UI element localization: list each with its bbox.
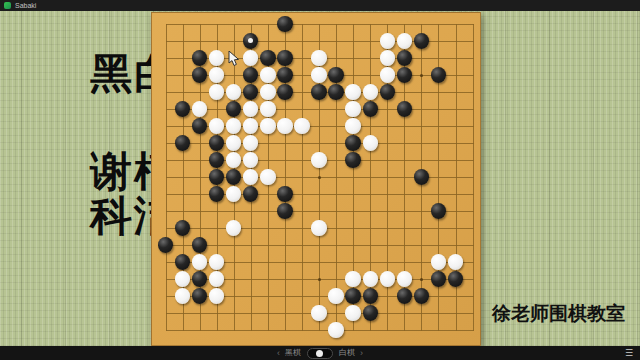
white-stone[interactable] bbox=[243, 118, 258, 133]
white-stone[interactable] bbox=[380, 67, 395, 82]
black-stone[interactable] bbox=[226, 169, 241, 184]
white-stone[interactable] bbox=[243, 101, 258, 116]
black-player-label: 黑棋 bbox=[285, 348, 301, 358]
turn-toggle[interactable] bbox=[307, 348, 333, 359]
white-stone[interactable] bbox=[328, 322, 343, 337]
white-stone[interactable] bbox=[448, 254, 463, 269]
white-stone[interactable] bbox=[345, 305, 360, 320]
black-stone[interactable] bbox=[192, 237, 207, 252]
caption-black-name-2: 科 bbox=[90, 194, 132, 238]
white-stone[interactable] bbox=[311, 67, 326, 82]
grid-line-h bbox=[166, 211, 474, 212]
black-stone[interactable] bbox=[175, 254, 190, 269]
app-title: Sabaki bbox=[15, 2, 36, 9]
black-stone[interactable] bbox=[345, 152, 360, 167]
last-move-marker bbox=[248, 38, 253, 43]
white-stone[interactable] bbox=[209, 84, 224, 99]
grid-line-h bbox=[166, 245, 474, 246]
white-player-label: 白棋 bbox=[339, 348, 355, 358]
black-stone[interactable] bbox=[431, 203, 446, 218]
black-stone[interactable] bbox=[363, 101, 378, 116]
white-stone[interactable] bbox=[363, 84, 378, 99]
white-stone[interactable] bbox=[345, 84, 360, 99]
black-stone[interactable] bbox=[431, 271, 446, 286]
go-board[interactable] bbox=[151, 12, 481, 346]
classroom-caption: 徐老师围棋教室 bbox=[492, 301, 632, 327]
grid-line-v bbox=[473, 24, 474, 331]
white-stone[interactable] bbox=[345, 271, 360, 286]
black-stone[interactable] bbox=[209, 186, 224, 201]
white-turn-dot bbox=[316, 350, 323, 357]
black-stone[interactable] bbox=[397, 50, 412, 65]
black-stone[interactable] bbox=[158, 237, 173, 252]
black-stone[interactable] bbox=[243, 67, 258, 82]
white-stone[interactable] bbox=[380, 50, 395, 65]
black-stone[interactable] bbox=[209, 152, 224, 167]
grid-line-h bbox=[166, 330, 474, 331]
black-stone[interactable] bbox=[226, 101, 241, 116]
white-stone[interactable] bbox=[260, 101, 275, 116]
white-stone[interactable] bbox=[294, 118, 309, 133]
black-stone[interactable] bbox=[243, 84, 258, 99]
white-stone[interactable] bbox=[192, 101, 207, 116]
white-stone[interactable] bbox=[243, 169, 258, 184]
black-stone[interactable] bbox=[414, 288, 429, 303]
white-stone[interactable] bbox=[226, 135, 241, 150]
black-stone[interactable] bbox=[397, 67, 412, 82]
white-stone[interactable] bbox=[226, 118, 241, 133]
white-stone[interactable] bbox=[226, 220, 241, 235]
white-stone[interactable] bbox=[311, 220, 326, 235]
white-stone[interactable] bbox=[397, 271, 412, 286]
white-stone[interactable] bbox=[243, 135, 258, 150]
black-stone[interactable] bbox=[328, 84, 343, 99]
black-stone[interactable] bbox=[277, 203, 292, 218]
white-stone[interactable] bbox=[363, 135, 378, 150]
white-stone[interactable] bbox=[209, 271, 224, 286]
white-stone[interactable] bbox=[345, 101, 360, 116]
white-stone[interactable] bbox=[311, 152, 326, 167]
white-stone[interactable] bbox=[175, 288, 190, 303]
white-stone[interactable] bbox=[226, 84, 241, 99]
white-stone[interactable] bbox=[397, 33, 412, 48]
black-stone[interactable] bbox=[448, 271, 463, 286]
mouse-cursor-icon bbox=[228, 51, 242, 68]
black-stone[interactable] bbox=[192, 50, 207, 65]
menu-icon[interactable]: ☰ bbox=[625, 349, 633, 358]
black-stone[interactable] bbox=[397, 288, 412, 303]
white-stone[interactable] bbox=[226, 186, 241, 201]
black-stone[interactable] bbox=[277, 186, 292, 201]
white-stone[interactable] bbox=[260, 84, 275, 99]
white-stone[interactable] bbox=[345, 118, 360, 133]
white-stone[interactable] bbox=[260, 169, 275, 184]
white-stone[interactable] bbox=[431, 254, 446, 269]
white-stone[interactable] bbox=[363, 271, 378, 286]
white-stone[interactable] bbox=[209, 254, 224, 269]
black-stone[interactable] bbox=[192, 67, 207, 82]
black-stone[interactable] bbox=[431, 67, 446, 82]
caption-black-label: 黑 bbox=[90, 52, 132, 96]
white-stone[interactable] bbox=[209, 288, 224, 303]
white-stone[interactable] bbox=[209, 118, 224, 133]
black-stone[interactable] bbox=[311, 84, 326, 99]
black-stone[interactable] bbox=[192, 271, 207, 286]
white-stone[interactable] bbox=[380, 33, 395, 48]
star-point bbox=[420, 74, 423, 77]
white-stone[interactable] bbox=[311, 305, 326, 320]
white-stone[interactable] bbox=[328, 288, 343, 303]
white-stone[interactable] bbox=[209, 67, 224, 82]
black-stone[interactable] bbox=[397, 101, 412, 116]
black-stone[interactable] bbox=[260, 50, 275, 65]
black-stone[interactable] bbox=[345, 288, 360, 303]
black-stone[interactable] bbox=[277, 67, 292, 82]
white-stone[interactable] bbox=[243, 50, 258, 65]
black-stone[interactable] bbox=[175, 101, 190, 116]
next-move-button[interactable]: › bbox=[355, 348, 368, 358]
app-icon bbox=[4, 2, 11, 9]
title-bar: Sabaki bbox=[0, 0, 640, 11]
white-stone[interactable] bbox=[209, 50, 224, 65]
prev-move-button[interactable]: ‹ bbox=[272, 348, 285, 358]
white-stone[interactable] bbox=[277, 118, 292, 133]
black-stone[interactable] bbox=[192, 288, 207, 303]
white-stone[interactable] bbox=[260, 67, 275, 82]
black-stone[interactable] bbox=[243, 33, 258, 48]
white-stone[interactable] bbox=[192, 254, 207, 269]
black-stone[interactable] bbox=[209, 135, 224, 150]
caption-black-name-1: 谢 bbox=[90, 150, 132, 194]
black-stone[interactable] bbox=[277, 50, 292, 65]
black-stone[interactable] bbox=[328, 67, 343, 82]
black-stone[interactable] bbox=[345, 135, 360, 150]
black-stone[interactable] bbox=[175, 135, 190, 150]
star-point bbox=[318, 278, 321, 281]
black-stone[interactable] bbox=[175, 220, 190, 235]
white-stone[interactable] bbox=[243, 152, 258, 167]
star-point bbox=[318, 176, 321, 179]
white-stone[interactable] bbox=[175, 271, 190, 286]
black-stone[interactable] bbox=[363, 305, 378, 320]
black-stone[interactable] bbox=[243, 186, 258, 201]
white-stone[interactable] bbox=[260, 118, 275, 133]
bottom-toolbar: ‹ 黑棋 白棋 › ☰ bbox=[0, 346, 640, 360]
app-window: Sabaki 黑 白 谢 柯 科 洁 徐老师围棋教室 ‹ 黑棋 白棋 › ☰ bbox=[0, 0, 640, 360]
black-stone[interactable] bbox=[209, 169, 224, 184]
black-stone[interactable] bbox=[363, 288, 378, 303]
white-stone[interactable] bbox=[311, 50, 326, 65]
black-stone[interactable] bbox=[414, 33, 429, 48]
black-stone[interactable] bbox=[277, 16, 292, 31]
black-stone[interactable] bbox=[414, 169, 429, 184]
black-stone[interactable] bbox=[277, 84, 292, 99]
star-point bbox=[420, 278, 423, 281]
white-stone[interactable] bbox=[226, 152, 241, 167]
black-stone[interactable] bbox=[380, 84, 395, 99]
black-stone[interactable] bbox=[192, 118, 207, 133]
white-stone[interactable] bbox=[380, 271, 395, 286]
